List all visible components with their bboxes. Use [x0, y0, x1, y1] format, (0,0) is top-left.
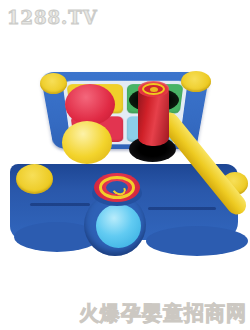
front-seam-right [148, 207, 216, 210]
corner-button-top-right [181, 71, 211, 92]
watermark-bottom: 火爆孕婴童招商网 [79, 300, 247, 327]
corner-button-top-left [40, 73, 67, 94]
hammer-sticker-mark [150, 87, 158, 92]
watermark-top: 1288.TV [7, 7, 98, 28]
hammer-sticker [142, 83, 165, 95]
logo-center [106, 181, 128, 194]
red-ball [65, 84, 115, 125]
yellow-ball [62, 121, 112, 164]
toy-foot-right [146, 226, 248, 256]
hammer-head-top [138, 81, 169, 97]
logo-badge [94, 173, 140, 202]
corner-button-bottom-left [16, 164, 53, 194]
front-seam-left [30, 203, 90, 206]
hammer-head [138, 89, 169, 146]
product-photo: 1288.TV [0, 0, 250, 330]
blue-ball [96, 204, 141, 248]
